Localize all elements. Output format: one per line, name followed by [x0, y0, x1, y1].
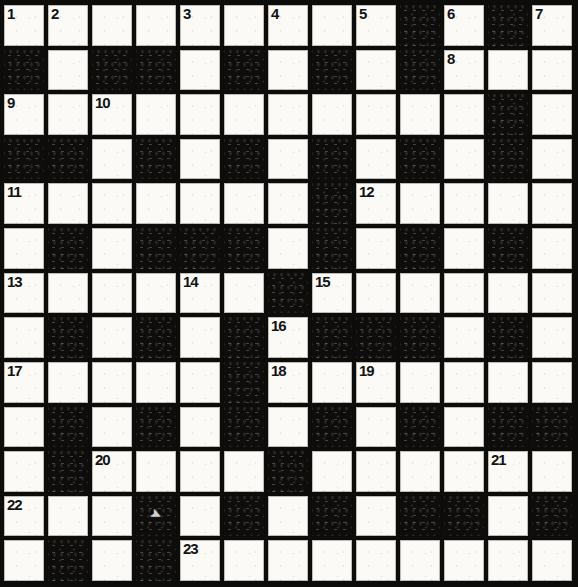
- cell-r7c5-white[interactable]: 14: [180, 273, 220, 314]
- clue-number-17: 17: [7, 363, 22, 379]
- cell-r11c4-white[interactable]: [136, 451, 176, 492]
- cell-r6c11-white[interactable]: [444, 228, 484, 269]
- cell-r10c7-white[interactable]: [268, 407, 308, 448]
- cell-r4c5-white[interactable]: [180, 139, 220, 180]
- cell-r4c2-black: [48, 139, 88, 180]
- cell-r11c8-white[interactable]: [312, 451, 352, 492]
- cell-r3c11-white[interactable]: [444, 94, 484, 135]
- clue-number-21: 21: [491, 452, 506, 468]
- cell-r8c12-black: [488, 317, 528, 358]
- cell-r6c13-white[interactable]: [532, 228, 572, 269]
- cell-r3c1-white[interactable]: 9: [4, 94, 44, 135]
- cell-r6c2-black: [48, 228, 88, 269]
- cell-r12c3-white[interactable]: [92, 496, 132, 537]
- cell-r7c10-white[interactable]: [400, 273, 440, 314]
- cell-r10c13-black: [532, 407, 572, 448]
- cell-r8c2-black: [48, 317, 88, 358]
- clue-number-13: 13: [7, 274, 22, 290]
- cell-r8c3-white[interactable]: [92, 317, 132, 358]
- cell-r13c13-white[interactable]: [532, 540, 572, 581]
- cell-r12c11-black: [444, 496, 484, 537]
- cell-r6c10-black: [400, 228, 440, 269]
- cell-r5c10-white[interactable]: [400, 183, 440, 224]
- cell-r3c10-white[interactable]: [400, 94, 440, 135]
- cell-r12c10-black: [400, 496, 440, 537]
- cell-r4c10-black: [400, 139, 440, 180]
- cell-r12c4-black: ➤: [136, 496, 176, 537]
- cell-r10c11-white[interactable]: [444, 407, 484, 448]
- cell-r4c3-white[interactable]: [92, 139, 132, 180]
- cell-r5c13-white[interactable]: [532, 183, 572, 224]
- cell-r7c8-white[interactable]: 15: [312, 273, 352, 314]
- cell-r4c13-white[interactable]: [532, 139, 572, 180]
- cursor-artifact-icon: ➤: [148, 506, 163, 522]
- cell-r2c13-white[interactable]: [532, 50, 572, 91]
- clue-number-1: 1: [7, 6, 14, 22]
- cell-r3c9-white[interactable]: [356, 94, 396, 135]
- cell-r1c2-white[interactable]: 2: [48, 5, 88, 46]
- cell-r5c1-white[interactable]: 11: [4, 183, 44, 224]
- cell-r7c12-white[interactable]: [488, 273, 528, 314]
- cell-r5c3-white[interactable]: [92, 183, 132, 224]
- cell-r9c1-white[interactable]: 17: [4, 362, 44, 403]
- cell-r2c1-black: [4, 50, 44, 91]
- cell-r5c5-white[interactable]: [180, 183, 220, 224]
- cell-r12c2-white[interactable]: [48, 496, 88, 537]
- cell-r7c9-white[interactable]: [356, 273, 396, 314]
- cell-r3c6-white[interactable]: [224, 94, 264, 135]
- cell-r13c3-white[interactable]: [92, 540, 132, 581]
- cell-r4c11-white[interactable]: [444, 139, 484, 180]
- cell-r4c9-white[interactable]: [356, 139, 396, 180]
- cell-r11c12-white[interactable]: 21: [488, 451, 528, 492]
- cell-r11c5-white[interactable]: [180, 451, 220, 492]
- clue-number-11: 11: [7, 184, 21, 200]
- cell-r13c1-white[interactable]: [4, 540, 44, 581]
- cell-r12c7-white[interactable]: [268, 496, 308, 537]
- cell-r7c11-white[interactable]: [444, 273, 484, 314]
- cell-r3c7-white[interactable]: [268, 94, 308, 135]
- clue-number-3: 3: [183, 6, 190, 22]
- clue-number-15: 15: [315, 274, 330, 290]
- cell-r11c13-white[interactable]: [532, 451, 572, 492]
- cell-r2c7-white[interactable]: [268, 50, 308, 91]
- clue-number-10: 10: [95, 95, 110, 111]
- cell-r1c7-white[interactable]: 4: [268, 5, 308, 46]
- cell-r3c5-white[interactable]: [180, 94, 220, 135]
- cell-r9c7-white[interactable]: 18: [268, 362, 308, 403]
- cell-r7c7-black: [268, 273, 308, 314]
- cell-r8c11-white[interactable]: [444, 317, 484, 358]
- cell-r7c1-white[interactable]: 13: [4, 273, 44, 314]
- cell-r7c13-white[interactable]: [532, 273, 572, 314]
- cell-r1c10-black: [400, 5, 440, 46]
- cell-r10c10-black: [400, 407, 440, 448]
- cell-r3c12-black: [488, 94, 528, 135]
- cell-r10c3-white[interactable]: [92, 407, 132, 448]
- cell-r10c12-black: [488, 407, 528, 448]
- cell-r5c12-white[interactable]: [488, 183, 528, 224]
- cell-r1c4-white[interactable]: [136, 5, 176, 46]
- clue-number-18: 18: [271, 363, 286, 379]
- clue-number-23: 23: [183, 541, 198, 557]
- cell-r4c12-black: [488, 139, 528, 180]
- clue-number-8: 8: [447, 51, 454, 67]
- cell-r9c11-white[interactable]: [444, 362, 484, 403]
- cell-r3c8-white[interactable]: [312, 94, 352, 135]
- cell-r8c9-black: [356, 317, 396, 358]
- cell-r12c12-white[interactable]: [488, 496, 528, 537]
- cell-r1c3-white[interactable]: [92, 5, 132, 46]
- cell-r8c4-black: [136, 317, 176, 358]
- clue-number-2: 2: [51, 6, 58, 22]
- cell-r13c5-white[interactable]: 23: [180, 540, 220, 581]
- cell-r6c7-white[interactable]: [268, 228, 308, 269]
- cell-r13c9-white[interactable]: [356, 540, 396, 581]
- clue-number-20: 20: [95, 452, 110, 468]
- cell-r9c4-white[interactable]: [136, 362, 176, 403]
- cell-r6c8-black: [312, 228, 352, 269]
- cell-r10c2-black: [48, 407, 88, 448]
- cell-r12c9-white[interactable]: [356, 496, 396, 537]
- cell-r8c10-black: [400, 317, 440, 358]
- cell-r2c5-white[interactable]: [180, 50, 220, 91]
- cell-r1c6-white[interactable]: [224, 5, 264, 46]
- cell-r13c6-white[interactable]: [224, 540, 264, 581]
- cell-r5c2-white[interactable]: [48, 183, 88, 224]
- cell-r1c5-white[interactable]: 3: [180, 5, 220, 46]
- cell-r9c6-black: [224, 362, 264, 403]
- cell-r4c4-black: [136, 139, 176, 180]
- cell-r4c6-black: [224, 139, 264, 180]
- cell-r13c10-white[interactable]: [400, 540, 440, 581]
- cell-r10c1-white[interactable]: [4, 407, 44, 448]
- cell-r6c4-black: [136, 228, 176, 269]
- cell-r1c8-white[interactable]: [312, 5, 352, 46]
- cell-r4c1-black: [4, 139, 44, 180]
- cell-r8c5-white[interactable]: [180, 317, 220, 358]
- crossword-board: 12345678910111213141516171819202122➤23: [0, 0, 578, 587]
- cell-r10c6-black: [224, 407, 264, 448]
- cell-r9c8-white[interactable]: [312, 362, 352, 403]
- cell-r3c3-white[interactable]: 10: [92, 94, 132, 135]
- cell-r8c8-black: [312, 317, 352, 358]
- cell-r2c10-black: [400, 50, 440, 91]
- cell-r6c6-black: [224, 228, 264, 269]
- cell-r7c4-white[interactable]: [136, 273, 176, 314]
- clue-number-14: 14: [183, 274, 198, 290]
- cell-r13c7-white[interactable]: [268, 540, 308, 581]
- cell-r3c2-white[interactable]: [48, 94, 88, 135]
- cell-r11c9-white[interactable]: [356, 451, 396, 492]
- clue-number-5: 5: [359, 6, 366, 22]
- cell-r11c7-black: [268, 451, 308, 492]
- clue-number-4: 4: [271, 6, 278, 22]
- cell-r5c7-white[interactable]: [268, 183, 308, 224]
- cell-r13c12-white[interactable]: [488, 540, 528, 581]
- cell-r3c13-white[interactable]: [532, 94, 572, 135]
- clue-number-16: 16: [271, 318, 286, 334]
- cell-r4c8-black: [312, 139, 352, 180]
- cell-r13c8-white[interactable]: [312, 540, 352, 581]
- cell-r6c3-white[interactable]: [92, 228, 132, 269]
- cell-r12c6-black: [224, 496, 264, 537]
- cell-r12c13-black: [532, 496, 572, 537]
- cell-r11c3-white[interactable]: 20: [92, 451, 132, 492]
- cell-r11c1-white[interactable]: [4, 451, 44, 492]
- cell-r5c9-white[interactable]: 12: [356, 183, 396, 224]
- cell-r7c2-white[interactable]: [48, 273, 88, 314]
- cell-r7c6-white[interactable]: [224, 273, 264, 314]
- cell-r12c1-white[interactable]: 22: [4, 496, 44, 537]
- cell-r1c9-white[interactable]: 5: [356, 5, 396, 46]
- cell-r5c8-black: [312, 183, 352, 224]
- cell-r10c4-black: [136, 407, 176, 448]
- cell-r8c1-white[interactable]: [4, 317, 44, 358]
- cell-r2c9-white[interactable]: [356, 50, 396, 91]
- cell-r11c6-white[interactable]: [224, 451, 264, 492]
- cell-r8c7-white[interactable]: 16: [268, 317, 308, 358]
- cell-r5c6-white[interactable]: [224, 183, 264, 224]
- cell-r2c4-black: [136, 50, 176, 91]
- cell-r1c13-white[interactable]: 7: [532, 5, 572, 46]
- clue-number-9: 9: [7, 95, 14, 111]
- cell-r8c6-black: [224, 317, 264, 358]
- cell-r9c10-white[interactable]: [400, 362, 440, 403]
- cell-r2c6-black: [224, 50, 264, 91]
- cell-r3c4-white[interactable]: [136, 94, 176, 135]
- clue-number-7: 7: [535, 6, 542, 22]
- cell-r6c9-white[interactable]: [356, 228, 396, 269]
- cell-r13c4-black: [136, 540, 176, 581]
- cell-r6c12-black: [488, 228, 528, 269]
- cell-r2c2-white[interactable]: [48, 50, 88, 91]
- crossword-grid: 12345678910111213141516171819202122➤23: [4, 5, 572, 581]
- cell-r2c8-black: [312, 50, 352, 91]
- cell-r11c10-white[interactable]: [400, 451, 440, 492]
- clue-number-19: 19: [359, 363, 374, 379]
- clue-number-12: 12: [359, 184, 374, 200]
- cell-r13c11-white[interactable]: [444, 540, 484, 581]
- cell-r1c1-white[interactable]: 1: [4, 5, 44, 46]
- cell-r10c5-white[interactable]: [180, 407, 220, 448]
- clue-number-6: 6: [447, 6, 454, 22]
- cell-r5c11-white[interactable]: [444, 183, 484, 224]
- cell-r1c11-white[interactable]: 6: [444, 5, 484, 46]
- cell-r7c3-white[interactable]: [92, 273, 132, 314]
- cell-r13c2-black: [48, 540, 88, 581]
- cell-r9c5-white[interactable]: [180, 362, 220, 403]
- cell-r6c1-white[interactable]: [4, 228, 44, 269]
- cell-r11c2-black: [48, 451, 88, 492]
- cell-r4c7-white[interactable]: [268, 139, 308, 180]
- cell-r8c13-white[interactable]: [532, 317, 572, 358]
- cell-r10c9-white[interactable]: [356, 407, 396, 448]
- cell-r9c2-white[interactable]: [48, 362, 88, 403]
- cell-r2c11-white[interactable]: 8: [444, 50, 484, 91]
- cell-r12c5-white[interactable]: [180, 496, 220, 537]
- cell-r12c8-black: [312, 496, 352, 537]
- cell-r6c5-black: [180, 228, 220, 269]
- cell-r5c4-white[interactable]: [136, 183, 176, 224]
- cell-r9c3-white[interactable]: [92, 362, 132, 403]
- cell-r1c12-black: [488, 5, 528, 46]
- cell-r10c8-black: [312, 407, 352, 448]
- cell-r2c12-white[interactable]: [488, 50, 528, 91]
- cell-r9c12-white[interactable]: [488, 362, 528, 403]
- cell-r9c9-white[interactable]: 19: [356, 362, 396, 403]
- clue-number-22: 22: [7, 497, 22, 513]
- cell-r9c13-white[interactable]: [532, 362, 572, 403]
- cell-r11c11-white[interactable]: [444, 451, 484, 492]
- cell-r2c3-black: [92, 50, 132, 91]
